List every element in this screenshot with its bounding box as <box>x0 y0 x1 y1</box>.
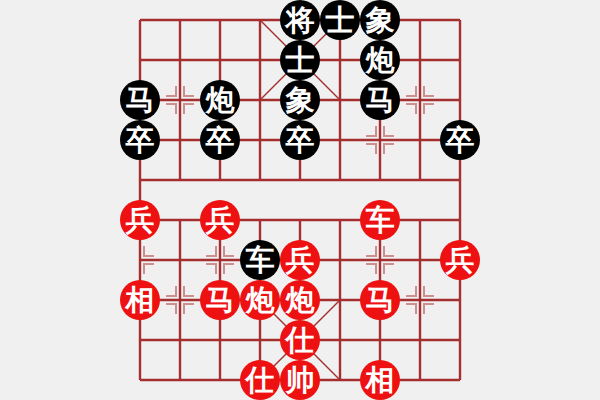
pieces-layer: 将士象士炮马炮象马卒卒卒卒兵兵车车兵兵相马炮炮马仕仕帅相 <box>0 0 600 400</box>
xiangqi-board: 将士象士炮马炮象马卒卒卒卒兵兵车车兵兵相马炮炮马仕仕帅相 <box>0 0 600 400</box>
piece-black-advisor[interactable]: 士 <box>320 0 360 40</box>
piece-red-cannon[interactable]: 炮 <box>280 280 320 320</box>
piece-red-elephant[interactable]: 相 <box>360 360 400 400</box>
piece-red-pawn[interactable]: 兵 <box>120 200 160 240</box>
piece-black-pawn[interactable]: 卒 <box>440 120 480 160</box>
piece-black-elephant[interactable]: 象 <box>360 0 400 40</box>
piece-black-pawn[interactable]: 卒 <box>120 120 160 160</box>
piece-black-horse[interactable]: 马 <box>360 80 400 120</box>
piece-red-pawn[interactable]: 兵 <box>440 240 480 280</box>
piece-black-horse[interactable]: 马 <box>120 80 160 120</box>
piece-black-pawn[interactable]: 卒 <box>280 120 320 160</box>
piece-red-advisor[interactable]: 仕 <box>240 360 280 400</box>
piece-black-pawn[interactable]: 卒 <box>200 120 240 160</box>
piece-red-horse[interactable]: 马 <box>200 280 240 320</box>
piece-red-cannon[interactable]: 炮 <box>240 280 280 320</box>
piece-black-elephant[interactable]: 象 <box>280 80 320 120</box>
piece-red-advisor[interactable]: 仕 <box>280 320 320 360</box>
piece-red-general[interactable]: 帅 <box>280 360 320 400</box>
piece-red-pawn[interactable]: 兵 <box>280 240 320 280</box>
piece-red-horse[interactable]: 马 <box>360 280 400 320</box>
piece-black-cannon[interactable]: 炮 <box>360 40 400 80</box>
piece-black-advisor[interactable]: 士 <box>280 40 320 80</box>
piece-red-chariot[interactable]: 车 <box>360 200 400 240</box>
piece-red-pawn[interactable]: 兵 <box>200 200 240 240</box>
piece-black-general[interactable]: 将 <box>280 0 320 40</box>
piece-red-elephant[interactable]: 相 <box>120 280 160 320</box>
piece-black-chariot[interactable]: 车 <box>240 240 280 280</box>
piece-black-cannon[interactable]: 炮 <box>200 80 240 120</box>
